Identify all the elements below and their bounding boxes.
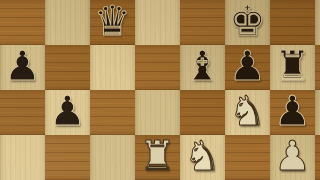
square-g6[interactable]: ♜	[270, 45, 315, 90]
square-b7[interactable]	[45, 0, 90, 45]
square-h7[interactable]	[315, 0, 320, 45]
black-bishop[interactable]: ♝	[184, 44, 221, 89]
black-pawn[interactable]: ♟	[229, 44, 266, 89]
black-king[interactable]: ♚	[229, 0, 266, 44]
square-f5[interactable]: ♞	[225, 90, 270, 135]
square-h5[interactable]	[315, 90, 320, 135]
black-pawn[interactable]: ♟	[4, 44, 41, 89]
chess-board: ♛♚♟♝♟♜♟♞♟♜♞♟	[0, 0, 320, 180]
square-f6[interactable]: ♟	[225, 45, 270, 90]
square-b6[interactable]	[45, 45, 90, 90]
square-b4[interactable]	[45, 135, 90, 180]
square-f7[interactable]: ♚	[225, 0, 270, 45]
square-a7[interactable]	[0, 0, 45, 45]
white-knight[interactable]: ♞	[184, 134, 221, 179]
white-pawn[interactable]: ♟	[274, 134, 311, 179]
black-pawn[interactable]: ♟	[49, 89, 86, 134]
square-b5[interactable]: ♟	[45, 90, 90, 135]
square-g5[interactable]: ♟	[270, 90, 315, 135]
square-g4[interactable]: ♟	[270, 135, 315, 180]
square-e6[interactable]: ♝	[180, 45, 225, 90]
white-rook[interactable]: ♜	[139, 134, 176, 179]
square-c7[interactable]: ♛	[90, 0, 135, 45]
square-a5[interactable]	[0, 90, 45, 135]
square-d6[interactable]	[135, 45, 180, 90]
square-d4[interactable]: ♜	[135, 135, 180, 180]
square-e4[interactable]: ♞	[180, 135, 225, 180]
square-f4[interactable]	[225, 135, 270, 180]
square-c5[interactable]	[90, 90, 135, 135]
square-e7[interactable]	[180, 0, 225, 45]
black-pawn[interactable]: ♟	[274, 89, 311, 134]
square-g7[interactable]	[270, 0, 315, 45]
black-queen[interactable]: ♛	[94, 0, 131, 44]
black-rook[interactable]: ♜	[274, 44, 311, 89]
square-a4[interactable]	[0, 135, 45, 180]
square-h6[interactable]	[315, 45, 320, 90]
square-h4[interactable]	[315, 135, 320, 180]
square-e5[interactable]	[180, 90, 225, 135]
square-c6[interactable]	[90, 45, 135, 90]
square-d7[interactable]	[135, 0, 180, 45]
square-c4[interactable]	[90, 135, 135, 180]
square-a6[interactable]: ♟	[0, 45, 45, 90]
white-knight[interactable]: ♞	[229, 89, 266, 134]
square-d5[interactable]	[135, 90, 180, 135]
